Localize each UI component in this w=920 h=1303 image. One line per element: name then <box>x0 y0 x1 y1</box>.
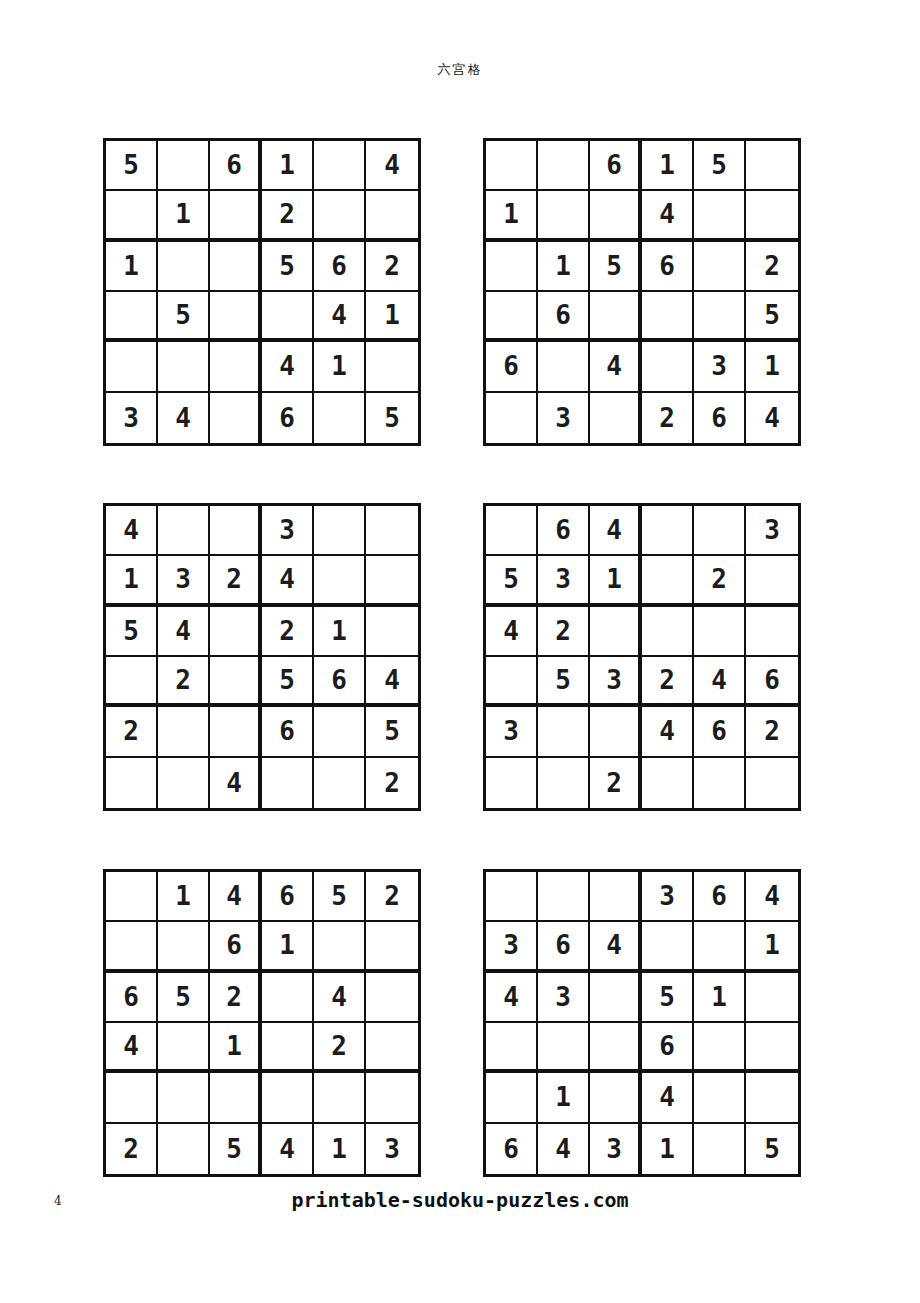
sudoku-cell-r6c3 <box>590 393 642 443</box>
sudoku-cell-r5c3 <box>210 707 262 757</box>
sudoku-cell-r4c2: 5 <box>538 657 590 707</box>
sudoku-cell-r5c4: 6 <box>262 707 314 757</box>
sudoku-cell-r2c6 <box>746 556 798 606</box>
sudoku-cell-r6c6: 5 <box>746 1124 798 1174</box>
sudoku-cell-r6c2 <box>158 758 210 808</box>
sudoku-cell-r1c5: 6 <box>694 872 746 922</box>
sudoku-cell-r6c2: 3 <box>538 393 590 443</box>
sudoku-cell-r1c2 <box>538 141 590 191</box>
sudoku-cell-r3c6 <box>746 607 798 657</box>
sudoku-cell-r3c1: 4 <box>486 973 538 1023</box>
sudoku-cell-r2c1 <box>106 191 158 241</box>
sudoku-grid-5: 1465261652441225413 <box>103 869 421 1177</box>
sudoku-cell-r1c2 <box>538 872 590 922</box>
sudoku-cell-r2c2: 3 <box>158 556 210 606</box>
sudoku-cell-r2c5 <box>314 922 366 972</box>
sudoku-cell-r2c4 <box>642 922 694 972</box>
sudoku-cell-r6c4: 4 <box>262 1124 314 1174</box>
sudoku-cell-r2c3 <box>590 191 642 241</box>
sudoku-cell-r2c5 <box>314 556 366 606</box>
sudoku-cell-r4c6: 4 <box>366 657 418 707</box>
sudoku-cell-r3c1: 1 <box>106 242 158 292</box>
sudoku-cell-r6c5: 1 <box>314 1124 366 1174</box>
sudoku-cell-r5c3 <box>210 1073 262 1123</box>
sudoku-cell-r4c3 <box>210 657 262 707</box>
sudoku-cell-r5c5 <box>694 1073 746 1123</box>
sudoku-cell-r3c3: 5 <box>590 242 642 292</box>
sudoku-cell-r4c5: 4 <box>314 292 366 342</box>
sudoku-grid-6: 3643641435161464315 <box>483 869 801 1177</box>
sudoku-cell-r3c2: 2 <box>538 607 590 657</box>
sudoku-cell-r3c5: 4 <box>314 973 366 1023</box>
sudoku-cell-r6c6: 4 <box>746 393 798 443</box>
sudoku-cell-r3c4 <box>262 973 314 1023</box>
sudoku-cell-r5c3: 4 <box>590 342 642 392</box>
sudoku-cell-r6c4: 6 <box>262 393 314 443</box>
sudoku-grid-3: 4313245421256426542 <box>103 503 421 811</box>
sudoku-cell-r5c6: 5 <box>366 707 418 757</box>
sudoku-cell-r4c6: 5 <box>746 292 798 342</box>
sudoku-cell-r6c4: 2 <box>642 393 694 443</box>
sudoku-cell-r4c3 <box>210 292 262 342</box>
sudoku-cell-r6c6: 5 <box>366 393 418 443</box>
sudoku-cell-r6c6: 2 <box>366 758 418 808</box>
sudoku-cell-r4c2 <box>538 1023 590 1073</box>
sudoku-cell-r2c3: 1 <box>590 556 642 606</box>
sudoku-cell-r4c6: 6 <box>746 657 798 707</box>
sudoku-cell-r1c5 <box>314 506 366 556</box>
printable-sudoku-page: 六宫格 5614121562541413465 6151415626564313… <box>0 0 920 1303</box>
sudoku-cell-r1c5: 5 <box>694 141 746 191</box>
sudoku-cell-r2c4: 1 <box>262 922 314 972</box>
sudoku-cell-r2c6 <box>366 922 418 972</box>
sudoku-cell-r4c2: 2 <box>158 657 210 707</box>
sudoku-cell-r3c5: 6 <box>314 242 366 292</box>
sudoku-cell-r2c4: 4 <box>642 191 694 241</box>
sudoku-cell-r4c5: 4 <box>694 657 746 707</box>
sudoku-cell-r1c3: 6 <box>210 141 262 191</box>
sudoku-cell-r2c4 <box>642 556 694 606</box>
sudoku-cell-r4c1 <box>486 1023 538 1073</box>
sudoku-cell-r3c3 <box>590 973 642 1023</box>
sudoku-cell-r4c2 <box>158 1023 210 1073</box>
sudoku-cell-r1c3 <box>210 506 262 556</box>
sudoku-cell-r2c2: 1 <box>158 191 210 241</box>
footer-site-url: printable-sudoku-puzzles.com <box>0 1188 920 1212</box>
sudoku-cell-r5c1: 3 <box>486 707 538 757</box>
sudoku-cell-r1c4 <box>642 506 694 556</box>
sudoku-cell-r3c3 <box>210 242 262 292</box>
sudoku-grid-4: 6435312425324634622 <box>483 503 801 811</box>
sudoku-cell-r3c2: 3 <box>538 973 590 1023</box>
sudoku-cell-r6c4: 1 <box>642 1124 694 1174</box>
sudoku-cell-r2c3 <box>210 191 262 241</box>
sudoku-cell-r3c3 <box>210 607 262 657</box>
sudoku-cell-r5c2 <box>538 342 590 392</box>
sudoku-cell-r5c4: 4 <box>262 342 314 392</box>
sudoku-cell-r3c3 <box>590 607 642 657</box>
sudoku-cell-r4c4: 5 <box>262 657 314 707</box>
sudoku-cell-r4c3 <box>590 292 642 342</box>
sudoku-cell-r4c4 <box>262 1023 314 1073</box>
sudoku-cell-r6c3: 3 <box>590 1124 642 1174</box>
sudoku-cell-r2c6 <box>366 191 418 241</box>
sudoku-cell-r3c2: 4 <box>158 607 210 657</box>
sudoku-cell-r3c5: 1 <box>694 973 746 1023</box>
sudoku-cell-r2c2: 3 <box>538 556 590 606</box>
sudoku-grid-2: 6151415626564313264 <box>483 138 801 446</box>
sudoku-cell-r2c1: 3 <box>486 922 538 972</box>
sudoku-cell-r4c3: 3 <box>590 657 642 707</box>
sudoku-cell-r3c5: 1 <box>314 607 366 657</box>
sudoku-cell-r4c5: 2 <box>314 1023 366 1073</box>
sudoku-cell-r3c6 <box>366 607 418 657</box>
sudoku-cell-r6c2 <box>538 758 590 808</box>
sudoku-cell-r6c1: 6 <box>486 1124 538 1174</box>
sudoku-cell-r3c3: 2 <box>210 973 262 1023</box>
sudoku-cell-r6c1 <box>486 393 538 443</box>
sudoku-cell-r5c5: 6 <box>694 707 746 757</box>
sudoku-cell-r1c5: 5 <box>314 872 366 922</box>
sudoku-cell-r1c1 <box>106 872 158 922</box>
sudoku-cell-r3c5 <box>694 242 746 292</box>
sudoku-cell-r4c1: 4 <box>106 1023 158 1073</box>
sudoku-cell-r5c4 <box>262 1073 314 1123</box>
sudoku-cell-r3c4: 6 <box>642 242 694 292</box>
sudoku-cell-r2c6 <box>746 191 798 241</box>
sudoku-cell-r5c1: 6 <box>486 342 538 392</box>
sudoku-cell-r5c3 <box>210 342 262 392</box>
sudoku-cell-r1c3: 4 <box>590 506 642 556</box>
sudoku-cell-r2c1: 1 <box>106 556 158 606</box>
sudoku-cell-r4c5 <box>694 1023 746 1073</box>
sudoku-cell-r4c4 <box>262 292 314 342</box>
sudoku-cell-r1c2: 1 <box>158 872 210 922</box>
sudoku-cell-r4c3: 1 <box>210 1023 262 1073</box>
sudoku-cell-r5c6: 1 <box>746 342 798 392</box>
sudoku-cell-r5c1 <box>486 1073 538 1123</box>
sudoku-cell-r2c3: 6 <box>210 922 262 972</box>
sudoku-cell-r5c3 <box>590 707 642 757</box>
sudoku-cell-r1c4: 3 <box>642 872 694 922</box>
sudoku-cell-r3c6: 2 <box>746 242 798 292</box>
sudoku-cell-r4c2: 5 <box>158 292 210 342</box>
sudoku-cell-r2c5 <box>694 191 746 241</box>
sudoku-cell-r5c1: 2 <box>106 707 158 757</box>
sudoku-cell-r3c2: 1 <box>538 242 590 292</box>
sudoku-grid-1: 5614121562541413465 <box>103 138 421 446</box>
sudoku-cell-r6c2: 4 <box>538 1124 590 1174</box>
sudoku-cell-r5c2: 1 <box>538 1073 590 1123</box>
sudoku-cell-r1c6: 2 <box>366 872 418 922</box>
sudoku-cell-r1c1 <box>486 141 538 191</box>
sudoku-cell-r3c6 <box>366 973 418 1023</box>
sudoku-cell-r2c1: 1 <box>486 191 538 241</box>
sudoku-cell-r1c6: 4 <box>746 872 798 922</box>
sudoku-cell-r4c2: 6 <box>538 292 590 342</box>
sudoku-cell-r1c1: 5 <box>106 141 158 191</box>
sudoku-cell-r4c1 <box>486 657 538 707</box>
sudoku-cell-r1c5 <box>314 141 366 191</box>
sudoku-cell-r6c6: 3 <box>366 1124 418 1174</box>
sudoku-cell-r3c1: 6 <box>106 973 158 1023</box>
sudoku-cell-r6c1 <box>486 758 538 808</box>
sudoku-cell-r1c1 <box>486 872 538 922</box>
sudoku-cell-r6c2: 4 <box>158 393 210 443</box>
sudoku-cell-r2c3: 4 <box>590 922 642 972</box>
sudoku-cell-r1c6 <box>746 141 798 191</box>
sudoku-cell-r2c4: 4 <box>262 556 314 606</box>
sudoku-cell-r2c1 <box>106 922 158 972</box>
sudoku-cell-r5c1 <box>106 342 158 392</box>
sudoku-cell-r3c1: 5 <box>106 607 158 657</box>
sudoku-cell-r1c4: 1 <box>262 141 314 191</box>
sudoku-cell-r5c6 <box>366 1073 418 1123</box>
sudoku-cell-r5c3 <box>590 1073 642 1123</box>
sudoku-cell-r1c6 <box>366 506 418 556</box>
sudoku-cell-r2c5 <box>694 922 746 972</box>
sudoku-cell-r4c4: 2 <box>642 657 694 707</box>
sudoku-cell-r5c1 <box>106 1073 158 1123</box>
sudoku-cell-r1c4: 1 <box>642 141 694 191</box>
sudoku-cell-r2c4: 2 <box>262 191 314 241</box>
sudoku-cell-r6c4 <box>642 758 694 808</box>
sudoku-cell-r1c1: 4 <box>106 506 158 556</box>
page-title: 六宫格 <box>0 61 920 79</box>
sudoku-cell-r4c6 <box>366 1023 418 1073</box>
sudoku-cell-r6c4 <box>262 758 314 808</box>
sudoku-cell-r1c4: 3 <box>262 506 314 556</box>
sudoku-cell-r2c3: 2 <box>210 556 262 606</box>
sudoku-cell-r5c6 <box>746 1073 798 1123</box>
sudoku-cell-r4c1 <box>106 657 158 707</box>
sudoku-cell-r2c2 <box>158 922 210 972</box>
sudoku-cell-r5c6 <box>366 342 418 392</box>
sudoku-cell-r5c5 <box>314 1073 366 1123</box>
sudoku-cell-r1c1 <box>486 506 538 556</box>
sudoku-cell-r3c4: 5 <box>262 242 314 292</box>
sudoku-cell-r1c6: 3 <box>746 506 798 556</box>
sudoku-cell-r3c6: 2 <box>366 242 418 292</box>
sudoku-cell-r1c5 <box>694 506 746 556</box>
sudoku-cell-r6c5: 6 <box>694 393 746 443</box>
sudoku-cell-r6c1: 2 <box>106 1124 158 1174</box>
sudoku-cell-r1c2: 6 <box>538 506 590 556</box>
sudoku-cell-r3c5 <box>694 607 746 657</box>
sudoku-cell-r6c3: 2 <box>590 758 642 808</box>
sudoku-cell-r2c5 <box>314 191 366 241</box>
sudoku-cell-r3c2 <box>158 242 210 292</box>
sudoku-cell-r5c5: 1 <box>314 342 366 392</box>
sudoku-cell-r5c2 <box>158 1073 210 1123</box>
sudoku-cell-r4c4: 6 <box>642 1023 694 1073</box>
sudoku-cell-r3c2: 5 <box>158 973 210 1023</box>
sudoku-cell-r6c5 <box>314 393 366 443</box>
sudoku-cell-r5c2 <box>538 707 590 757</box>
sudoku-cell-r2c5: 2 <box>694 556 746 606</box>
sudoku-cell-r6c5 <box>694 758 746 808</box>
sudoku-cell-r5c6: 2 <box>746 707 798 757</box>
sudoku-cell-r4c1 <box>486 292 538 342</box>
sudoku-cell-r2c2: 6 <box>538 922 590 972</box>
sudoku-cell-r1c3: 6 <box>590 141 642 191</box>
sudoku-cell-r4c1 <box>106 292 158 342</box>
sudoku-cell-r1c3 <box>590 872 642 922</box>
sudoku-cell-r2c6 <box>366 556 418 606</box>
sudoku-cell-r2c1: 5 <box>486 556 538 606</box>
sudoku-cell-r4c5 <box>694 292 746 342</box>
sudoku-cell-r4c4 <box>642 292 694 342</box>
sudoku-cell-r3c1: 4 <box>486 607 538 657</box>
sudoku-cell-r2c2 <box>538 191 590 241</box>
sudoku-cell-r3c1 <box>486 242 538 292</box>
sudoku-cell-r4c6 <box>746 1023 798 1073</box>
sudoku-cell-r6c2 <box>158 1124 210 1174</box>
sudoku-cell-r3c4 <box>642 607 694 657</box>
sudoku-cell-r5c5 <box>314 707 366 757</box>
sudoku-cell-r5c4: 4 <box>642 1073 694 1123</box>
sudoku-cell-r3c4: 5 <box>642 973 694 1023</box>
sudoku-cell-r6c3 <box>210 393 262 443</box>
sudoku-cell-r2c6: 1 <box>746 922 798 972</box>
sudoku-cell-r4c5: 6 <box>314 657 366 707</box>
sudoku-cell-r4c3 <box>590 1023 642 1073</box>
sudoku-cell-r6c5 <box>314 758 366 808</box>
sudoku-cell-r1c3: 4 <box>210 872 262 922</box>
sudoku-cell-r5c4 <box>642 342 694 392</box>
sudoku-cell-r1c2 <box>158 141 210 191</box>
sudoku-cell-r1c2 <box>158 506 210 556</box>
sudoku-cell-r6c1 <box>106 758 158 808</box>
sudoku-cell-r5c2 <box>158 707 210 757</box>
sudoku-cell-r3c4: 2 <box>262 607 314 657</box>
sudoku-cell-r6c3: 4 <box>210 758 262 808</box>
sudoku-cell-r1c4: 6 <box>262 872 314 922</box>
sudoku-cell-r4c6: 1 <box>366 292 418 342</box>
sudoku-cell-r3c6 <box>746 973 798 1023</box>
sudoku-cell-r5c5: 3 <box>694 342 746 392</box>
sudoku-cell-r6c6 <box>746 758 798 808</box>
sudoku-cell-r6c1: 3 <box>106 393 158 443</box>
sudoku-cell-r5c2 <box>158 342 210 392</box>
sudoku-cell-r6c3: 5 <box>210 1124 262 1174</box>
sudoku-cell-r6c5 <box>694 1124 746 1174</box>
sudoku-cell-r1c6: 4 <box>366 141 418 191</box>
sudoku-cell-r5c4: 4 <box>642 707 694 757</box>
